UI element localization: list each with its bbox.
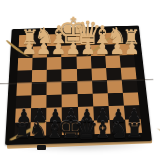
chess-set-product-photo: ♜♞♝♚♛♝♞♜♟♟♟♟♟♟♟♟♟♟♟♟♟♟♟♟♜♞♝♚♛♝♞♜	[0, 0, 160, 160]
board-square	[92, 80, 108, 93]
board-grid	[14, 32, 142, 136]
board-square	[124, 105, 141, 119]
board-square	[122, 79, 138, 92]
board-square	[77, 93, 93, 107]
board-square	[105, 55, 120, 67]
board-square	[47, 45, 61, 57]
board-square	[125, 119, 142, 134]
board-square	[62, 107, 78, 121]
board-square	[118, 32, 133, 44]
board-square	[47, 81, 62, 94]
board-square	[76, 45, 91, 57]
board-square	[47, 69, 62, 82]
board-square	[93, 106, 109, 120]
board-square	[119, 43, 134, 55]
board-square	[17, 70, 32, 83]
board-square	[32, 82, 47, 95]
board-square	[62, 81, 77, 94]
board-square	[30, 121, 46, 136]
board-square	[91, 56, 106, 68]
board-square	[33, 46, 48, 58]
board-square	[62, 69, 77, 82]
board-square	[106, 67, 122, 80]
board-square	[31, 108, 47, 122]
board-square	[47, 34, 61, 46]
board-square	[123, 92, 140, 106]
board-square	[62, 121, 78, 136]
board-square	[18, 58, 33, 70]
board-square	[14, 122, 30, 137]
board-square	[120, 55, 136, 67]
board-square	[104, 44, 119, 56]
board-square	[76, 68, 91, 81]
board-square	[46, 121, 62, 136]
board-square	[78, 120, 94, 135]
board-square	[77, 106, 93, 120]
board-square	[47, 57, 62, 69]
board-square	[107, 80, 123, 93]
board-square	[109, 119, 126, 134]
board-square	[61, 34, 75, 46]
board-square	[121, 67, 137, 80]
board-square	[90, 44, 105, 56]
board-square	[107, 92, 123, 106]
board-square	[94, 120, 111, 135]
board-square	[16, 95, 32, 109]
board-square	[62, 94, 78, 108]
board-square	[62, 57, 77, 69]
board-square	[15, 108, 31, 122]
box-clasp	[37, 145, 46, 150]
board-square	[47, 94, 62, 108]
board-square	[16, 82, 32, 95]
chess-board	[5, 26, 152, 146]
board-square	[61, 45, 76, 57]
board-square	[89, 33, 104, 45]
board-square	[108, 106, 125, 120]
board-square	[75, 33, 90, 45]
board-square	[46, 107, 62, 121]
board-square	[76, 56, 91, 68]
board-square	[92, 93, 108, 107]
board-square	[31, 95, 47, 109]
board-square	[18, 46, 33, 58]
board-square	[77, 81, 93, 94]
board-square	[91, 68, 107, 81]
board-square	[32, 57, 47, 69]
board-square	[32, 69, 47, 82]
board-square	[19, 35, 34, 47]
board-square	[104, 33, 119, 45]
board-square	[33, 34, 47, 46]
